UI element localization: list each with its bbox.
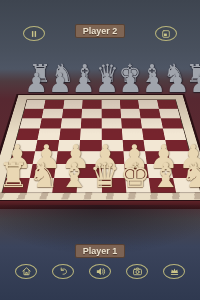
crown-button[interactable]	[163, 264, 185, 279]
pause-button[interactable]	[23, 26, 45, 41]
square-h6[interactable]	[160, 118, 183, 128]
square-h8[interactable]	[156, 100, 177, 109]
square-f7[interactable]	[120, 109, 140, 119]
undo-button[interactable]	[52, 264, 74, 279]
rank-row-7: ♟♟♟♟♟♟♟♟	[25, 63, 176, 96]
square-b8[interactable]	[43, 100, 63, 109]
piece-cell: ♝	[59, 150, 89, 193]
square-d6[interactable]	[80, 118, 100, 128]
piece-cell: ♟	[119, 63, 143, 96]
square-c6[interactable]	[60, 118, 81, 128]
piece-cell: ♛	[89, 150, 119, 193]
piece-white-rook[interactable]: ♜	[0, 158, 28, 192]
square-h7[interactable]	[158, 109, 180, 119]
square-e6[interactable]	[101, 118, 121, 128]
piece-white-knight[interactable]: ♞	[28, 158, 58, 192]
square-d8[interactable]	[82, 100, 101, 109]
square-f6[interactable]	[121, 118, 142, 128]
square-e8[interactable]	[101, 100, 120, 109]
piece-white-bishop[interactable]: ♝	[59, 158, 89, 192]
square-f8[interactable]	[119, 100, 139, 109]
crown-icon	[169, 266, 180, 277]
piece-black-pawn[interactable]: ♟	[72, 70, 96, 96]
square-c7[interactable]	[61, 109, 81, 119]
piece-black-pawn[interactable]: ♟	[25, 70, 49, 96]
piece-cell: ♝	[150, 150, 180, 193]
piece-black-pawn[interactable]: ♟	[189, 70, 200, 96]
piece-cell: ♞	[28, 150, 58, 193]
square-g8[interactable]	[138, 100, 158, 109]
rotate-view-icon	[161, 29, 171, 39]
bottom-toolbar	[0, 263, 200, 279]
square-c8[interactable]	[63, 100, 83, 109]
pause-icon	[29, 29, 39, 39]
piece-cell: ♟	[166, 63, 190, 96]
sound-icon	[95, 266, 106, 277]
piece-cell: ♟	[72, 63, 96, 96]
view-toggle-button[interactable]	[155, 26, 177, 41]
square-a6[interactable]	[19, 118, 41, 128]
piece-black-pawn[interactable]: ♟	[142, 70, 166, 96]
square-a7[interactable]	[22, 109, 44, 119]
rank-row-1: ♜♞♝♛♚♝♞♜	[0, 150, 200, 193]
piece-cell: ♟	[25, 63, 49, 96]
piece-white-bishop[interactable]: ♝	[150, 158, 180, 192]
piece-cell: ♞	[181, 150, 200, 193]
square-e7[interactable]	[101, 109, 121, 119]
undo-icon	[58, 266, 69, 277]
player-2-label: Player 2	[75, 24, 125, 38]
camera-icon	[132, 266, 143, 277]
square-a8[interactable]	[24, 100, 45, 109]
piece-white-queen[interactable]: ♛	[89, 158, 119, 192]
home-icon	[21, 266, 32, 277]
piece-black-pawn[interactable]: ♟	[166, 70, 190, 96]
piece-cell: ♟	[48, 63, 72, 96]
player-1-label: Player 1	[75, 244, 125, 258]
piece-black-pawn[interactable]: ♟	[95, 70, 119, 96]
piece-cell: ♟	[189, 63, 200, 96]
piece-white-king[interactable]: ♚	[120, 158, 150, 192]
square-g7[interactable]	[139, 109, 160, 119]
piece-black-pawn[interactable]: ♟	[48, 70, 72, 96]
home-button[interactable]	[15, 264, 37, 279]
piece-cell: ♜	[0, 150, 28, 193]
piece-white-knight[interactable]: ♞	[181, 158, 200, 192]
square-b7[interactable]	[42, 109, 63, 119]
square-d7[interactable]	[81, 109, 101, 119]
square-g6[interactable]	[140, 118, 162, 128]
piece-black-pawn[interactable]: ♟	[119, 70, 143, 96]
piece-cell: ♚	[120, 150, 150, 193]
square-b6[interactable]	[39, 118, 61, 128]
sound-button[interactable]	[89, 264, 111, 279]
piece-cell: ♟	[142, 63, 166, 96]
camera-button[interactable]	[126, 264, 148, 279]
piece-cell: ♟	[95, 63, 119, 96]
